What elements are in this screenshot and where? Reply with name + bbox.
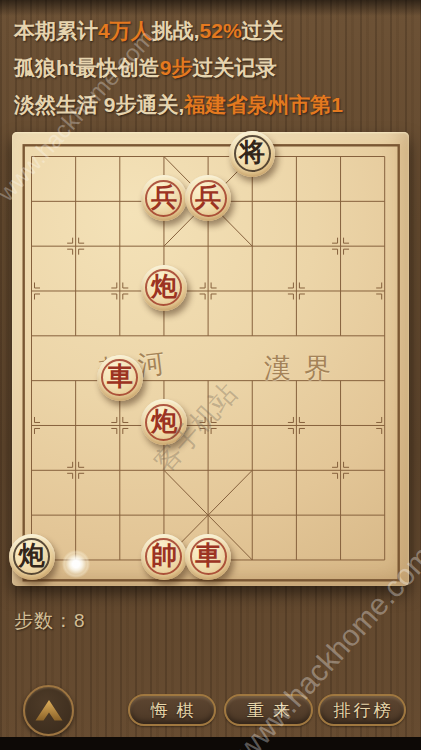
piece-glyph: 車: [107, 359, 133, 394]
undo-button[interactable]: 悔棋: [128, 694, 216, 726]
step-counter: 步数：8: [14, 608, 86, 634]
step-counter-value: 8: [74, 610, 86, 631]
piece-glyph: 炮: [19, 538, 45, 573]
piece-red-帥[interactable]: 帥: [141, 534, 187, 580]
piece-red-車[interactable]: 車: [185, 534, 231, 580]
piece-red-炮[interactable]: 炮: [141, 265, 187, 311]
highlight-text: 52%: [200, 19, 242, 42]
piece-glyph: 車: [195, 538, 221, 573]
last-move-marker: [62, 550, 90, 578]
piece-red-兵[interactable]: 兵: [141, 175, 187, 221]
plain-text: 孤狼ht最快创造: [14, 56, 160, 79]
step-counter-label: 步数：: [14, 610, 74, 631]
piece-glyph: 兵: [195, 180, 221, 215]
plain-text: 过关记录: [193, 56, 277, 79]
chevron-up-icon: [32, 696, 66, 726]
piece-red-車[interactable]: 車: [97, 355, 143, 401]
piece-black-炮[interactable]: 炮: [9, 534, 55, 580]
plain-text: 过关: [242, 19, 284, 42]
expand-menu-button[interactable]: [23, 685, 74, 736]
game-screen: 本期累计4万人挑战,52%过关孤狼ht最快创造9步过关记录淡然生活 9步通关,福…: [0, 0, 421, 750]
xiangqi-board[interactable]: 楚河 漢界 将兵兵炮車炮炮帥車: [12, 132, 409, 586]
header-line-1: 本期累计4万人挑战,52%过关: [14, 12, 414, 49]
highlight-text: 福建省泉州市第1: [184, 93, 343, 116]
header-line-3: 淡然生活 9步通关,福建省泉州市第1: [14, 86, 414, 123]
plain-text: 挑战,: [152, 19, 200, 42]
piece-glyph: 兵: [151, 180, 177, 215]
piece-glyph: 炮: [151, 404, 177, 439]
bottom-letterbox-bar: [0, 737, 421, 750]
river-label-han: 漢界: [264, 350, 344, 386]
leaderboard-button[interactable]: 排行榜: [318, 694, 406, 726]
header-line-2: 孤狼ht最快创造9步过关记录: [14, 49, 414, 86]
challenge-stats-header: 本期累计4万人挑战,52%过关孤狼ht最快创造9步过关记录淡然生活 9步通关,福…: [14, 12, 414, 123]
plain-text: 淡然生活 9步通关,: [14, 93, 184, 116]
highlight-text: 9步: [160, 56, 193, 79]
piece-glyph: 炮: [151, 269, 177, 304]
highlight-text: 4万人: [98, 19, 152, 42]
piece-glyph: 将: [239, 135, 265, 170]
piece-glyph: 帥: [151, 538, 177, 573]
plain-text: 本期累计: [14, 19, 98, 42]
piece-black-将[interactable]: 将: [229, 131, 275, 177]
restart-button[interactable]: 重来: [224, 694, 313, 726]
